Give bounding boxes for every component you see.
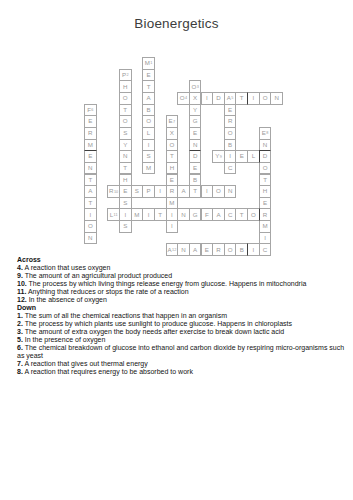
clue-down-2: 2. The process by which plants use sunli…	[17, 320, 347, 328]
down-clues: 1. The sum of all the chemical reactions…	[17, 312, 347, 376]
clue-number: 6	[91, 109, 93, 113]
cell-letter: S	[135, 188, 139, 194]
cell-letter: I	[253, 247, 255, 253]
cell-letter: M	[88, 142, 93, 148]
cell-letter: O	[123, 118, 128, 124]
cell-letter: I	[253, 95, 255, 101]
cell-letter: T	[240, 95, 244, 101]
cell-letter: E	[262, 130, 266, 136]
cell-letter: N	[181, 247, 185, 253]
cell-letter: S	[123, 223, 127, 229]
cell-letter: X	[193, 95, 197, 101]
clue-text: The sum of all the chemical reactions th…	[23, 312, 227, 319]
clue-text: In the absence of oxygen	[27, 296, 107, 303]
clue-text: The process by which plants use sunlight…	[23, 320, 292, 327]
cell-letter: E	[88, 118, 92, 124]
cell-letter: B	[193, 177, 197, 183]
clue-number: 1	[150, 63, 152, 67]
grid-cell[interactable]: I	[247, 92, 260, 105]
cell-letter: E	[88, 153, 92, 159]
cell-letter: O	[263, 165, 268, 171]
clue-list-number: 11.	[17, 288, 26, 295]
cell-letter: I	[171, 223, 173, 229]
cell-letter: B	[147, 107, 151, 113]
cell-letter: H	[123, 84, 127, 90]
cell-letter: A	[88, 188, 92, 194]
cell-letter: G	[193, 118, 198, 124]
cell-letter: M	[134, 212, 139, 218]
cell-letter: E	[228, 107, 232, 113]
grid-cell[interactable]: N	[270, 92, 283, 105]
cell-letter: M	[145, 60, 150, 66]
cell-letter: F	[205, 212, 209, 218]
cell-letter: E	[205, 247, 209, 253]
clue-list-number: 10.	[17, 280, 27, 287]
across-heading: Across	[17, 256, 347, 264]
cell-letter: T	[88, 200, 92, 206]
clue-text: The chemical breakdown of glucose into e…	[17, 344, 344, 359]
cell-letter: O	[180, 95, 185, 101]
crossword-grid: M1P2EHTO3OAO4XIDA5TIONF6TBYEEOOE7GRRSLXE…	[84, 57, 284, 257]
cell-letter: I	[206, 188, 208, 194]
cell-letter: T	[263, 177, 267, 183]
clue-across-4: 4. A reaction that uses oxygen	[17, 264, 347, 272]
cell-letter: D	[216, 95, 220, 101]
clues-section: Across 4. A reaction that uses oxygen9. …	[17, 256, 347, 376]
grid-cell[interactable]: R	[259, 208, 272, 221]
cell-letter: A	[193, 247, 197, 253]
clue-down-5: 5. In the presence of oxygen	[17, 336, 347, 344]
cell-letter: C	[228, 212, 232, 218]
cell-letter: D	[263, 153, 267, 159]
cell-letter: C	[228, 165, 232, 171]
grid-cell[interactable]: N	[224, 185, 237, 198]
cell-letter: O	[88, 223, 93, 229]
cell-letter: T	[240, 212, 244, 218]
clue-text: A reaction that requires energy to be ab…	[23, 368, 193, 375]
cell-letter: M	[169, 200, 174, 206]
clue-down-3: 3. The amount of extra oxygen the body n…	[17, 328, 347, 336]
clue-number: 4	[185, 98, 187, 102]
clue-across-11: 11. Anything that reduces or stops the r…	[17, 288, 347, 296]
cell-letter: R	[88, 130, 92, 136]
grid-cell[interactable]: N	[84, 232, 97, 245]
grid-cell[interactable]: E	[84, 150, 97, 163]
cell-letter: A	[147, 95, 151, 101]
cell-letter: S	[147, 153, 151, 159]
cell-letter: S	[123, 200, 127, 206]
cell-letter: R	[216, 247, 220, 253]
clue-down-1: 1. The sum of all the chemical reactions…	[17, 312, 347, 320]
cell-letter: E	[170, 177, 174, 183]
clue-number: 10	[114, 191, 118, 195]
cell-letter: E	[169, 118, 173, 124]
clue-down-8: 8. A reaction that requires energy to be…	[17, 368, 347, 376]
cell-letter: N	[263, 142, 267, 148]
cell-letter: R	[170, 188, 174, 194]
cell-letter: O	[146, 118, 151, 124]
cell-letter: T	[88, 177, 92, 183]
cell-letter: N	[193, 142, 197, 148]
grid-cell[interactable]: D	[259, 150, 272, 163]
cell-letter: N	[123, 153, 127, 159]
clue-number: 2	[126, 74, 128, 78]
cell-letter: O	[263, 95, 268, 101]
cell-letter: I	[148, 142, 150, 148]
cell-letter: I	[229, 153, 231, 159]
clue-text: The process by which living things relea…	[27, 280, 307, 287]
cell-letter: O	[216, 188, 221, 194]
cell-letter: E	[240, 153, 244, 159]
clue-number: 3	[197, 86, 199, 90]
across-clues: 4. A reaction that uses oxygen9. The amo…	[17, 264, 347, 304]
cell-letter: A	[167, 247, 171, 253]
cell-letter: N	[228, 188, 232, 194]
cell-letter: L	[252, 153, 255, 159]
cell-letter: I	[148, 212, 150, 218]
cell-letter: X	[170, 130, 174, 136]
cell-letter: T	[147, 84, 151, 90]
cell-letter: P	[147, 188, 151, 194]
cell-letter: G	[193, 212, 198, 218]
cell-letter: E	[263, 200, 267, 206]
cell-letter: N	[274, 95, 278, 101]
cell-letter: R	[263, 212, 267, 218]
cell-letter: O	[228, 247, 233, 253]
cell-letter: Y	[193, 107, 197, 113]
cell-letter: H	[123, 177, 127, 183]
clue-text: Anything that reduces or stops the rate …	[26, 288, 188, 295]
worksheet-page: Bioenergetics M1P2EHTO3OAO4XIDA5TIONF6TB…	[0, 0, 353, 500]
grid-cell[interactable]: I	[247, 243, 260, 256]
cell-letter: A	[227, 95, 231, 101]
cell-letter: R	[228, 118, 232, 124]
cell-letter: I	[89, 212, 91, 218]
cell-letter: I	[206, 95, 208, 101]
puzzle-title: Bioenergetics	[0, 16, 353, 31]
cell-letter: N	[181, 212, 185, 218]
cell-letter: I	[159, 188, 161, 194]
cell-letter: Y	[215, 153, 219, 159]
clue-text: The amount of extra oxygen the body need…	[23, 328, 284, 335]
cell-letter: N	[88, 165, 92, 171]
cell-letter: D	[193, 153, 197, 159]
clue-across-12: 12. In the absence of oxygen	[17, 296, 347, 304]
grid-cell[interactable]: S	[119, 220, 132, 233]
grid-cell[interactable]: M	[142, 162, 155, 175]
cell-letter: R	[109, 188, 113, 194]
clue-number: 7	[173, 121, 175, 125]
cell-letter: E	[123, 188, 127, 194]
clue-text: A reaction that uses oxygen	[23, 264, 111, 271]
grid-cell[interactable]: D	[189, 150, 202, 163]
cell-letter: I	[171, 212, 173, 218]
cell-letter: T	[158, 212, 162, 218]
cell-letter: A	[181, 188, 185, 194]
cell-letter: I	[264, 235, 266, 241]
cell-letter: T	[193, 188, 197, 194]
cell-letter: P	[122, 72, 126, 78]
cell-letter: O	[191, 84, 196, 90]
grid-cell[interactable]: C	[224, 162, 237, 175]
cell-letter: I	[124, 212, 126, 218]
clue-number: 5	[231, 98, 233, 102]
cell-letter: A	[216, 212, 220, 218]
cell-letter: O	[228, 130, 233, 136]
clue-number: 12	[172, 249, 176, 253]
cell-letter: H	[170, 165, 174, 171]
cell-letter: E	[193, 165, 197, 171]
cell-letter: N	[88, 235, 92, 241]
grid-cell[interactable]: C	[259, 243, 272, 256]
cell-letter: S	[123, 130, 127, 136]
clue-number: 11	[114, 214, 118, 218]
cell-letter: M	[262, 223, 267, 229]
clue-list-number: 12.	[17, 296, 27, 303]
cell-letter: T	[123, 165, 127, 171]
cell-letter: Y	[123, 142, 127, 148]
clue-across-10: 10. The process by which living things r…	[17, 280, 347, 288]
down-heading: Down	[17, 304, 347, 312]
cell-letter: M	[146, 165, 151, 171]
cell-letter: T	[123, 107, 127, 113]
cell-letter: B	[228, 142, 232, 148]
cell-letter: O	[251, 212, 256, 218]
cell-letter: E	[147, 72, 151, 78]
cell-letter: B	[240, 247, 244, 253]
clue-down-7: 7. A reaction that gives out thermal ene…	[17, 360, 347, 368]
grid-cell[interactable]: I	[166, 220, 179, 233]
cell-letter: H	[263, 188, 267, 194]
clue-text: A reaction that gives out thermal energy	[23, 360, 148, 367]
clue-down-6: 6. The chemical breakdown of glucose int…	[17, 344, 347, 360]
cell-letter: L	[147, 130, 150, 136]
cell-letter: E	[193, 130, 197, 136]
cell-letter: T	[170, 153, 174, 159]
cell-letter: O	[169, 142, 174, 148]
clue-number: 8	[266, 133, 268, 137]
clue-across-9: 9. The amount of an agricultural product…	[17, 272, 347, 280]
clue-text: The amount of an agricultural product pr…	[23, 272, 172, 279]
cell-letter: O	[123, 95, 128, 101]
cell-letter: C	[263, 247, 267, 253]
clue-number: 9	[220, 156, 222, 160]
clue-text: In the presence of oxygen	[23, 336, 106, 343]
